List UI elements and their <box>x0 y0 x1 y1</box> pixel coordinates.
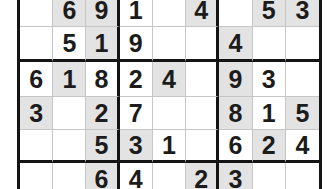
cell-r6c5[interactable]: 1 <box>153 130 186 163</box>
cell-r4c7[interactable]: 9 <box>219 62 252 97</box>
cell-r5c1[interactable]: 3 <box>20 97 53 130</box>
cell-r6c8[interactable]: 2 <box>253 130 286 163</box>
cell-r5c9[interactable]: 5 <box>286 97 319 130</box>
sudoku-board: 691453519461824933278155316246423 <box>17 0 322 189</box>
cell-r7c2[interactable] <box>53 163 86 189</box>
cell-r2c4[interactable]: 1 <box>120 0 153 27</box>
cell-r4c5[interactable]: 4 <box>153 62 186 97</box>
cell-r7c9[interactable] <box>286 163 319 189</box>
cell-r7c7[interactable]: 3 <box>219 163 252 189</box>
cell-r5c7[interactable]: 8 <box>219 97 252 130</box>
cell-r4c1[interactable]: 6 <box>20 62 53 97</box>
cell-r7c5[interactable] <box>153 163 186 189</box>
cell-r3c1[interactable] <box>20 27 53 62</box>
cell-r4c8[interactable]: 3 <box>253 62 286 97</box>
cell-r2c8[interactable]: 5 <box>253 0 286 27</box>
cell-r6c9[interactable]: 4 <box>286 130 319 163</box>
screenshot-stage: 691453519461824933278155316246423 <box>0 0 336 189</box>
cell-r3c2[interactable]: 5 <box>53 27 86 62</box>
cell-r3c6[interactable] <box>186 27 219 62</box>
cell-r7c4[interactable]: 4 <box>120 163 153 189</box>
cell-r2c5[interactable] <box>153 0 186 27</box>
cell-r3c7[interactable]: 4 <box>219 27 252 62</box>
cell-r6c1[interactable] <box>20 130 53 163</box>
cell-r2c6[interactable]: 4 <box>186 0 219 27</box>
cell-r3c5[interactable] <box>153 27 186 62</box>
cell-r7c3[interactable]: 6 <box>86 163 119 189</box>
cell-r2c7[interactable] <box>219 0 252 27</box>
cell-r7c8[interactable] <box>253 163 286 189</box>
cell-r6c2[interactable] <box>53 130 86 163</box>
cell-r3c3[interactable]: 1 <box>86 27 119 62</box>
cell-r4c6[interactable] <box>186 62 219 97</box>
cell-r3c9[interactable] <box>286 27 319 62</box>
cell-r7c6[interactable]: 2 <box>186 163 219 189</box>
cell-r6c6[interactable] <box>186 130 219 163</box>
cell-r5c6[interactable] <box>186 97 219 130</box>
cell-r5c8[interactable]: 1 <box>253 97 286 130</box>
cell-r2c1[interactable] <box>20 0 53 27</box>
cell-r2c2[interactable]: 6 <box>53 0 86 27</box>
cell-r5c5[interactable] <box>153 97 186 130</box>
cell-r4c9[interactable] <box>286 62 319 97</box>
cell-r6c3[interactable]: 5 <box>86 130 119 163</box>
cell-r4c4[interactable]: 2 <box>120 62 153 97</box>
cell-r5c4[interactable]: 7 <box>120 97 153 130</box>
cell-r2c3[interactable]: 9 <box>86 0 119 27</box>
cell-r3c8[interactable] <box>253 27 286 62</box>
cell-r4c3[interactable]: 8 <box>86 62 119 97</box>
cell-r7c1[interactable] <box>20 163 53 189</box>
cell-r4c2[interactable]: 1 <box>53 62 86 97</box>
cell-r5c3[interactable]: 2 <box>86 97 119 130</box>
cell-r2c9[interactable]: 3 <box>286 0 319 27</box>
cell-r6c4[interactable]: 3 <box>120 130 153 163</box>
cell-r5c2[interactable] <box>53 97 86 130</box>
cell-r3c4[interactable]: 9 <box>120 27 153 62</box>
cell-r6c7[interactable]: 6 <box>219 130 252 163</box>
